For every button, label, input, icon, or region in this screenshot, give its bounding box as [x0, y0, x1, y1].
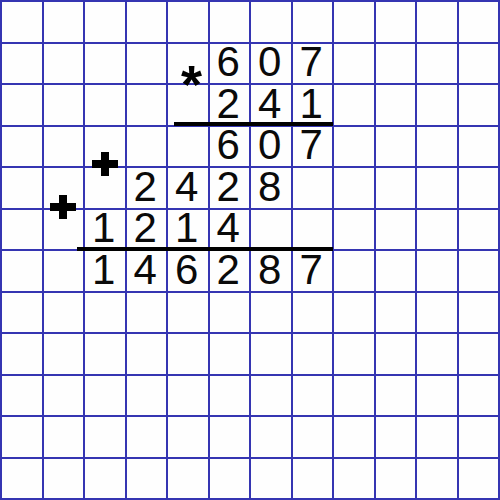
grid-cell-digit: 0: [249, 125, 291, 167]
grid-cell-digit: 8: [249, 166, 291, 208]
grid-cell-digit: 0: [249, 42, 291, 84]
plus-sign-icon: [92, 152, 118, 176]
grid-cell-digit: 2: [125, 166, 167, 208]
grid-cell-digit: 1: [83, 249, 125, 291]
rule-under-multiplier: [174, 122, 333, 126]
plus-vertical-bar: [59, 195, 67, 219]
grid-cell-digit: 4: [249, 83, 291, 125]
grid-cell-digit: 2: [208, 83, 250, 125]
grid-cell-digit: 7: [291, 42, 333, 84]
grid-cell-digit: 7: [291, 125, 333, 167]
squared-paper-board: 60724160724281214146287*: [0, 0, 500, 500]
grid-cell-digit: 1: [83, 208, 125, 250]
grid-cell-digit: 6: [208, 125, 250, 167]
plus-vertical-bar: [101, 152, 109, 176]
grid-cell-digit: 6: [166, 249, 208, 291]
grid-cell-digit: 2: [125, 208, 167, 250]
grid-cell-digit: 8: [249, 249, 291, 291]
grid-cell-digit: 1: [166, 208, 208, 250]
grid-cell-digit: 4: [208, 208, 250, 250]
grid-cell-digit: 2: [208, 249, 250, 291]
rule-under-partial-products: [77, 247, 333, 251]
grid-cell-digit: 7: [291, 249, 333, 291]
plus-sign-icon: [50, 195, 76, 219]
multiply-sign-icon: *: [181, 57, 202, 111]
grid-cell-digit: 4: [125, 249, 167, 291]
grid-cell-digit: 6: [208, 42, 250, 84]
grid-cell-digit: 1: [291, 83, 333, 125]
grid-cell-digit: 4: [166, 166, 208, 208]
grid-cell-digit: 2: [208, 166, 250, 208]
